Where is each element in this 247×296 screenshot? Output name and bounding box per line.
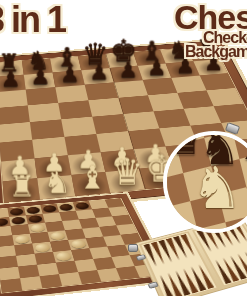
inset-piece-light: ♞ (191, 159, 243, 217)
checkers-square (30, 232, 50, 244)
chess-square[interactable] (214, 104, 247, 123)
checker-light (50, 232, 66, 241)
product-image: ♜♞♝♛♚♝♞♜♟♟♟♟♟♟♟♟♟♟♟♟♟♟♟♟♜♞♝♛♚♝♞♜ ♛♞♝♞ 3 … (0, 0, 247, 296)
chess-square[interactable] (61, 117, 96, 137)
checkers-square (20, 276, 42, 290)
chess-piece-pawn[interactable]: ♟ (0, 68, 26, 90)
checker-dark (28, 215, 43, 223)
chess-square[interactable] (58, 100, 92, 119)
checkers-square (116, 266, 140, 280)
checkers-square (65, 229, 86, 240)
chess-square[interactable] (206, 88, 243, 106)
chess-square[interactable]: ♟ (110, 66, 143, 83)
chess-square[interactable] (85, 82, 119, 100)
checker-light (55, 252, 72, 262)
chess-square[interactable] (88, 98, 123, 117)
checker-dark (26, 206, 41, 214)
checkers-square (82, 227, 103, 238)
checker-light (15, 235, 30, 244)
checker-light (30, 224, 45, 233)
checker-light (34, 243, 50, 252)
chess-square[interactable]: ♟ (0, 75, 26, 92)
chess-piece-pawn[interactable]: ♟ (26, 66, 56, 88)
chess-piece-pawn[interactable]: ♟ (142, 57, 171, 79)
chess-square[interactable] (0, 122, 32, 143)
checkers-square (116, 224, 137, 235)
checker-light (70, 240, 87, 249)
checkers-square (107, 245, 129, 257)
backgammon-point (213, 259, 232, 284)
title-backgammon: Backgammon (185, 44, 247, 60)
chess-square[interactable]: ♝ (71, 172, 110, 196)
chess-square[interactable]: ♟ (24, 72, 56, 89)
backgammon-point-row (157, 264, 214, 296)
checkers-square (18, 265, 40, 279)
chess-square[interactable] (0, 105, 30, 124)
backgammon-point (180, 234, 197, 257)
metal-latch-icon (128, 244, 138, 252)
checkers-square (50, 240, 71, 252)
checker-dark (42, 205, 57, 213)
backgammon-point (220, 257, 239, 282)
checkers-square (0, 278, 22, 292)
checker-dark (9, 208, 23, 216)
chess-piece-knight[interactable]: ♞ (40, 166, 75, 197)
chess-piece-pawn[interactable]: ♟ (84, 61, 113, 83)
backgammon-point (228, 255, 247, 280)
backgammon-point (157, 274, 174, 296)
checker-dark (0, 218, 9, 226)
chess-square[interactable]: ♛ (105, 169, 145, 193)
chess-square[interactable] (92, 114, 128, 134)
metal-latch-icon (136, 254, 147, 261)
checker-dark (59, 204, 74, 212)
chess-piece-rook[interactable]: ♜ (4, 171, 40, 201)
chess-square[interactable]: ♟ (138, 63, 172, 80)
backgammon-point-row (143, 234, 197, 267)
metal-latch-icon (148, 281, 159, 289)
backgammon-point-row (213, 249, 247, 284)
chess-piece-pawn[interactable]: ♟ (55, 64, 84, 86)
chess-square[interactable] (153, 109, 190, 129)
chess-square[interactable]: ♟ (81, 68, 114, 85)
chess-piece-pawn[interactable]: ♟ (114, 59, 143, 81)
chess-piece-queen[interactable]: ♛ (110, 154, 145, 190)
badge-3in1: 3 in 1 (0, 2, 65, 38)
checker-dark (75, 202, 90, 210)
chess-piece-bishop[interactable]: ♝ (75, 162, 110, 194)
chess-square[interactable]: ♟ (53, 70, 85, 87)
checker-dark (11, 217, 26, 225)
chess-square[interactable]: ♞ (37, 175, 75, 199)
checkers-square (71, 248, 93, 261)
chess-square[interactable] (28, 103, 61, 122)
